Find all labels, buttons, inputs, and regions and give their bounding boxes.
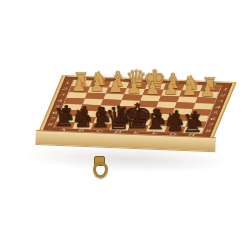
photo-canvas: AABBCCDDEEFFGGHH1122334455667788 ♜♞♝♛♚♝♞… — [0, 0, 250, 251]
file-label: C — [117, 78, 125, 82]
rank-label: 2 — [62, 87, 69, 91]
chess-board: AABBCCDDEEFFGGHH1122334455667788 — [39, 75, 237, 139]
rank-label: 2 — [220, 93, 227, 97]
rank-label: 8 — [47, 122, 54, 126]
rank-label: 7 — [207, 123, 214, 127]
rank-label: 6 — [52, 110, 59, 114]
rank-label: 3 — [59, 93, 66, 97]
rank-label: 5 — [212, 111, 219, 115]
rank-label: 3 — [217, 99, 224, 103]
board-grid — [54, 80, 221, 134]
brass-clasp-icon — [90, 156, 108, 176]
rank-label: 8 — [205, 129, 212, 133]
rank-label: 6 — [210, 117, 217, 121]
rank-label: 7 — [49, 116, 56, 120]
rank-label: 4 — [215, 105, 222, 109]
rank-label: 4 — [57, 99, 64, 103]
rank-label: 5 — [54, 105, 61, 109]
clasp-loop — [93, 162, 108, 178]
